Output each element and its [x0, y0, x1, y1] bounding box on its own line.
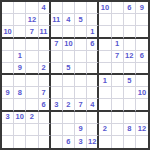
cell-r6c11-empty[interactable] [124, 63, 136, 75]
cell-r8c3-empty[interactable] [26, 87, 38, 99]
cell-r12c5-empty[interactable] [51, 136, 63, 148]
cell-r7c1-empty[interactable] [2, 75, 14, 87]
cell-r5c7-empty[interactable] [75, 51, 87, 63]
cell-r6c12-empty[interactable] [136, 63, 148, 75]
cell-r9c2-empty[interactable] [14, 99, 26, 111]
cell-r2c6-given: 4 [63, 14, 75, 26]
cell-r1c8-empty[interactable] [87, 2, 99, 14]
cell-r8c1-given: 9 [2, 87, 14, 99]
cell-r7c3-empty[interactable] [26, 75, 38, 87]
cell-r2c4-empty[interactable] [39, 14, 51, 26]
cell-r5c2-given: 1 [14, 51, 26, 63]
cell-r12c4-empty[interactable] [39, 136, 51, 148]
cell-r1c4-given: 4 [39, 2, 51, 14]
cell-r3c10-empty[interactable] [112, 26, 124, 38]
cell-r2c11-empty[interactable] [124, 14, 136, 26]
cell-r3c12-empty[interactable] [136, 26, 148, 38]
cell-r9c5-given: 3 [51, 99, 63, 111]
cell-r2c2-empty[interactable] [14, 14, 26, 26]
cell-r6c3-empty[interactable] [26, 63, 38, 75]
cell-r10c1-given: 3 [2, 112, 14, 124]
cell-r11c8-empty[interactable] [87, 124, 99, 136]
cell-r4c11-empty[interactable] [124, 39, 136, 51]
cell-r9c6-given: 2 [63, 99, 75, 111]
cell-r9c7-given: 7 [75, 99, 87, 111]
cell-r8c7-empty[interactable] [75, 87, 87, 99]
cell-r9c12-empty[interactable] [136, 99, 148, 111]
cell-r8c2-given: 8 [14, 87, 26, 99]
cell-r4c5-given: 7 [51, 39, 63, 51]
cell-r10c6-empty[interactable] [63, 112, 75, 124]
cell-r11c11-given: 8 [124, 124, 136, 136]
cell-r10c10-empty[interactable] [112, 112, 124, 124]
cell-r3c6-empty[interactable] [63, 26, 75, 38]
cell-r4c9-empty[interactable] [99, 39, 111, 51]
cell-r11c3-empty[interactable] [26, 124, 38, 136]
cell-r12c9-empty[interactable] [99, 136, 111, 148]
cell-r6c10-empty[interactable] [112, 63, 124, 75]
cell-r5c1-empty[interactable] [2, 51, 14, 63]
cell-r6c9-empty[interactable] [99, 63, 111, 75]
cell-r11c4-empty[interactable] [39, 124, 51, 136]
cell-r2c1-empty[interactable] [2, 14, 14, 26]
cell-r6c7-empty[interactable] [75, 63, 87, 75]
cell-r6c5-empty[interactable] [51, 63, 63, 75]
cell-r5c12-given: 6 [136, 51, 148, 63]
cell-r3c5-empty[interactable] [51, 26, 63, 38]
cell-r12c8-given: 12 [87, 136, 99, 148]
cell-r2c3-given: 12 [26, 14, 38, 26]
cell-r9c9-empty[interactable] [99, 99, 111, 111]
cell-r4c2-empty[interactable] [14, 39, 26, 51]
cell-r4c10-given: 1 [112, 39, 124, 51]
cell-r6c8-empty[interactable] [87, 63, 99, 75]
cell-r10c2-given: 10 [14, 112, 26, 124]
cell-r2c7-given: 5 [75, 14, 87, 26]
cell-r7c9-given: 1 [99, 75, 111, 87]
cell-r11c10-empty[interactable] [112, 124, 124, 136]
cell-r3c8-given: 1 [87, 26, 99, 38]
cell-r11c9-given: 2 [99, 124, 111, 136]
cell-r7c12-empty[interactable] [136, 75, 148, 87]
cell-r1c12-given: 9 [136, 2, 148, 14]
cell-r12c2-empty[interactable] [14, 136, 26, 148]
cell-r2c9-empty[interactable] [99, 14, 111, 26]
cell-r6c2-given: 9 [14, 63, 26, 75]
cell-r5c10-given: 7 [112, 51, 124, 63]
cell-r7c5-empty[interactable] [51, 75, 63, 87]
cell-r10c9-empty[interactable] [99, 112, 111, 124]
cell-r9c10-empty[interactable] [112, 99, 124, 111]
cell-r3c7-empty[interactable] [75, 26, 87, 38]
cell-r10c12-empty[interactable] [136, 112, 148, 124]
cell-r10c11-empty[interactable] [124, 112, 136, 124]
cell-r1c6-empty[interactable] [63, 2, 75, 14]
cell-r11c2-empty[interactable] [14, 124, 26, 136]
cell-r8c4-given: 7 [39, 87, 51, 99]
cell-r9c1-empty[interactable] [2, 99, 14, 111]
cell-r5c4-empty[interactable] [39, 51, 51, 63]
cell-r11c7-given: 9 [75, 124, 87, 136]
cell-r11c1-empty[interactable] [2, 124, 14, 136]
cell-r4c3-empty[interactable] [26, 39, 38, 51]
cell-r10c5-empty[interactable] [51, 112, 63, 124]
cell-r4c12-empty[interactable] [136, 39, 148, 51]
cell-r4c8-given: 6 [87, 39, 99, 51]
cell-r5c8-empty[interactable] [87, 51, 99, 63]
cell-r7c7-empty[interactable] [75, 75, 87, 87]
cell-r3c1-given: 10 [2, 26, 14, 38]
cell-r1c1-empty[interactable] [2, 2, 14, 14]
cell-r3c2-empty[interactable] [14, 26, 26, 38]
cell-r2c12-empty[interactable] [136, 14, 148, 26]
cell-r1c7-empty[interactable] [75, 2, 87, 14]
cell-r12c6-given: 6 [63, 136, 75, 148]
cell-r9c4-given: 6 [39, 99, 51, 111]
cell-r10c3-given: 2 [26, 112, 38, 124]
cell-r4c7-empty[interactable] [75, 39, 87, 51]
cell-r7c8-empty[interactable] [87, 75, 99, 87]
cell-r8c5-empty[interactable] [51, 87, 63, 99]
cell-r10c8-empty[interactable] [87, 112, 99, 124]
cell-r10c4-empty[interactable] [39, 112, 51, 124]
cell-r4c4-empty[interactable] [39, 39, 51, 51]
cell-r5c6-empty[interactable] [63, 51, 75, 63]
cell-r12c12-empty[interactable] [136, 136, 148, 148]
cell-r7c11-given: 5 [124, 75, 136, 87]
cell-r5c9-empty[interactable] [99, 51, 111, 63]
cell-r8c9-empty[interactable] [99, 87, 111, 99]
cell-r7c6-empty[interactable] [63, 75, 75, 87]
cell-r5c3-empty[interactable] [26, 51, 38, 63]
cell-r8c10-empty[interactable] [112, 87, 124, 99]
cell-r1c5-empty[interactable] [51, 2, 63, 14]
cell-r6c4-given: 2 [39, 63, 51, 75]
cell-r9c3-empty[interactable] [26, 99, 38, 111]
cell-r8c11-empty[interactable] [124, 87, 136, 99]
cell-r7c4-empty[interactable] [39, 75, 51, 87]
cell-r4c1-empty[interactable] [2, 39, 14, 51]
cell-r1c11-given: 6 [124, 2, 136, 14]
cell-r3c11-empty[interactable] [124, 26, 136, 38]
cell-r1c3-empty[interactable] [26, 2, 38, 14]
cell-r3c9-empty[interactable] [99, 26, 111, 38]
cell-r12c3-empty[interactable] [26, 136, 38, 148]
cell-r5c11-given: 12 [124, 51, 136, 63]
cell-r12c7-given: 3 [75, 136, 87, 148]
cell-r12c10-empty[interactable] [112, 136, 124, 148]
cell-r1c2-empty[interactable] [14, 2, 26, 14]
cell-r9c11-empty[interactable] [124, 99, 136, 111]
cell-r7c2-empty[interactable] [14, 75, 26, 87]
cell-r12c1-empty[interactable] [2, 136, 14, 148]
cell-r11c12-given: 12 [136, 124, 148, 136]
cell-r1c10-empty[interactable] [112, 2, 124, 14]
cell-r8c6-empty[interactable] [63, 87, 75, 99]
cell-r11c5-empty[interactable] [51, 124, 63, 136]
cell-r2c10-empty[interactable] [112, 14, 124, 26]
cell-r10c7-empty[interactable] [75, 112, 87, 124]
cell-r2c5-given: 11 [51, 14, 63, 26]
cell-r1c9-given: 10 [99, 2, 111, 14]
cell-r8c8-empty[interactable] [87, 87, 99, 99]
cell-r3c4-given: 11 [39, 26, 51, 38]
cell-r3c3-given: 7 [26, 26, 38, 38]
cell-r8c12-given: 10 [136, 87, 148, 99]
cell-r5c5-empty[interactable] [51, 51, 63, 63]
cell-r12c11-empty[interactable] [124, 136, 136, 148]
cell-r7c10-empty[interactable] [112, 75, 124, 87]
cell-r6c6-given: 5 [63, 63, 75, 75]
cell-r11c6-empty[interactable] [63, 124, 75, 136]
cell-r9c8-given: 4 [87, 99, 99, 111]
cell-r6c1-empty[interactable] [2, 63, 14, 75]
sudoku-board: 4106912114510711171061171269251598710632… [0, 0, 150, 150]
cell-r2c8-empty[interactable] [87, 14, 99, 26]
cell-r4c6-given: 10 [63, 39, 75, 51]
